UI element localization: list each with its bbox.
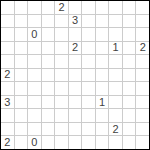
grid-cell[interactable] bbox=[69, 28, 82, 41]
clue-cell[interactable]: 2 bbox=[55, 1, 68, 14]
grid-cell[interactable] bbox=[15, 69, 28, 82]
grid-cell[interactable] bbox=[82, 96, 95, 109]
grid-cell[interactable] bbox=[136, 82, 149, 95]
grid-cell[interactable] bbox=[1, 123, 14, 136]
grid-cell[interactable] bbox=[69, 109, 82, 122]
grid-cell[interactable] bbox=[28, 55, 41, 68]
grid-cell[interactable] bbox=[42, 28, 55, 41]
grid-cell[interactable] bbox=[42, 136, 55, 149]
grid-cell[interactable] bbox=[42, 123, 55, 136]
grid-cell[interactable] bbox=[69, 123, 82, 136]
grid-cell[interactable] bbox=[55, 15, 68, 28]
grid-cell[interactable] bbox=[136, 69, 149, 82]
grid-cell[interactable] bbox=[109, 15, 122, 28]
clue-cell[interactable]: 0 bbox=[28, 28, 41, 41]
clue-cell[interactable]: 2 bbox=[136, 42, 149, 55]
grid-cell[interactable] bbox=[28, 69, 41, 82]
grid-cell[interactable] bbox=[96, 69, 109, 82]
grid-cell[interactable] bbox=[69, 96, 82, 109]
grid-cell[interactable] bbox=[82, 136, 95, 149]
grid-cell[interactable] bbox=[82, 109, 95, 122]
clue-cell[interactable]: 3 bbox=[69, 15, 82, 28]
grid-cell[interactable] bbox=[55, 96, 68, 109]
clue-cell[interactable]: 1 bbox=[96, 96, 109, 109]
grid-cell[interactable] bbox=[28, 82, 41, 95]
grid-cell[interactable] bbox=[28, 123, 41, 136]
grid-cell[interactable] bbox=[69, 82, 82, 95]
grid-cell[interactable] bbox=[55, 42, 68, 55]
grid-cell[interactable] bbox=[136, 96, 149, 109]
grid-cell[interactable] bbox=[15, 82, 28, 95]
grid-cell[interactable] bbox=[69, 1, 82, 14]
grid-cell[interactable] bbox=[96, 55, 109, 68]
grid-cell[interactable] bbox=[82, 123, 95, 136]
grid-cell[interactable] bbox=[55, 123, 68, 136]
grid-cell[interactable] bbox=[42, 96, 55, 109]
grid-cell[interactable] bbox=[123, 15, 136, 28]
grid-cell[interactable] bbox=[15, 1, 28, 14]
grid-cell[interactable] bbox=[136, 55, 149, 68]
grid-cell[interactable] bbox=[42, 42, 55, 55]
grid-cell[interactable] bbox=[42, 82, 55, 95]
grid-cell[interactable] bbox=[96, 42, 109, 55]
grid-cell[interactable] bbox=[123, 123, 136, 136]
grid-cell[interactable] bbox=[28, 96, 41, 109]
grid-cell[interactable] bbox=[15, 15, 28, 28]
grid-cell[interactable] bbox=[136, 109, 149, 122]
grid-cell[interactable] bbox=[82, 15, 95, 28]
grid-cell[interactable] bbox=[109, 28, 122, 41]
grid-cell[interactable] bbox=[123, 55, 136, 68]
grid-cell[interactable] bbox=[55, 55, 68, 68]
grid-cell[interactable] bbox=[15, 96, 28, 109]
grid-cell[interactable] bbox=[123, 96, 136, 109]
grid-cell[interactable] bbox=[136, 1, 149, 14]
clue-cell[interactable]: 2 bbox=[69, 42, 82, 55]
slitherlink-board: 230212231220 bbox=[0, 0, 150, 150]
grid-cell[interactable] bbox=[28, 42, 41, 55]
grid-cell[interactable] bbox=[109, 55, 122, 68]
grid-cell[interactable] bbox=[109, 96, 122, 109]
grid-cell[interactable] bbox=[28, 15, 41, 28]
grid-cell[interactable] bbox=[96, 15, 109, 28]
grid-cell[interactable] bbox=[28, 109, 41, 122]
grid-cell[interactable] bbox=[109, 109, 122, 122]
grid-cell[interactable] bbox=[136, 136, 149, 149]
grid-cell[interactable] bbox=[96, 82, 109, 95]
clue-cell[interactable]: 2 bbox=[1, 136, 14, 149]
grid-cell[interactable] bbox=[123, 1, 136, 14]
grid-cell[interactable] bbox=[15, 42, 28, 55]
grid-cell[interactable] bbox=[109, 69, 122, 82]
grid-cell[interactable] bbox=[136, 123, 149, 136]
grid-cell[interactable] bbox=[15, 109, 28, 122]
grid-cell[interactable] bbox=[55, 82, 68, 95]
grid-cell[interactable] bbox=[42, 69, 55, 82]
grid-cell[interactable] bbox=[69, 55, 82, 68]
grid-cell[interactable] bbox=[82, 42, 95, 55]
grid-cell[interactable] bbox=[96, 123, 109, 136]
clue-cell[interactable]: 2 bbox=[1, 69, 14, 82]
grid-cell[interactable] bbox=[69, 136, 82, 149]
grid-cell[interactable] bbox=[96, 109, 109, 122]
grid-cell[interactable] bbox=[55, 69, 68, 82]
grid-cell[interactable] bbox=[1, 1, 14, 14]
clue-cell[interactable]: 2 bbox=[109, 123, 122, 136]
grid-cell[interactable] bbox=[82, 69, 95, 82]
grid-cell[interactable] bbox=[109, 136, 122, 149]
grid-cell[interactable] bbox=[136, 28, 149, 41]
grid-cell[interactable] bbox=[42, 15, 55, 28]
grid-cell[interactable] bbox=[42, 55, 55, 68]
clue-cell[interactable]: 1 bbox=[109, 42, 122, 55]
grid-cell[interactable] bbox=[28, 1, 41, 14]
grid-cell[interactable] bbox=[1, 55, 14, 68]
grid-cell[interactable] bbox=[123, 109, 136, 122]
grid-cell[interactable] bbox=[136, 15, 149, 28]
grid-cell[interactable] bbox=[15, 123, 28, 136]
grid-cell[interactable] bbox=[15, 28, 28, 41]
grid-cell[interactable] bbox=[82, 28, 95, 41]
grid-cell[interactable] bbox=[42, 109, 55, 122]
grid-cell[interactable] bbox=[1, 28, 14, 41]
grid-cell[interactable] bbox=[96, 1, 109, 14]
grid-cell[interactable] bbox=[15, 55, 28, 68]
clue-cell[interactable]: 3 bbox=[1, 96, 14, 109]
grid-cell[interactable] bbox=[42, 1, 55, 14]
grid-cell[interactable] bbox=[82, 82, 95, 95]
grid-cell[interactable] bbox=[123, 82, 136, 95]
grid-cell[interactable] bbox=[109, 1, 122, 14]
grid-cell[interactable] bbox=[1, 82, 14, 95]
grid-cell[interactable] bbox=[109, 82, 122, 95]
grid-cell[interactable] bbox=[15, 136, 28, 149]
grid-cell[interactable] bbox=[82, 1, 95, 14]
grid-cell[interactable] bbox=[123, 42, 136, 55]
grid-cell[interactable] bbox=[1, 42, 14, 55]
grid-cell[interactable] bbox=[82, 55, 95, 68]
grid-cell[interactable] bbox=[123, 136, 136, 149]
grid-cell[interactable] bbox=[96, 28, 109, 41]
grid-cell[interactable] bbox=[1, 109, 14, 122]
grid-cell[interactable] bbox=[55, 109, 68, 122]
clue-cell[interactable]: 0 bbox=[28, 136, 41, 149]
grid-cell[interactable] bbox=[55, 136, 68, 149]
grid-cell[interactable] bbox=[123, 69, 136, 82]
grid-cell[interactable] bbox=[1, 15, 14, 28]
grid-cell[interactable] bbox=[55, 28, 68, 41]
grid-cell[interactable] bbox=[69, 69, 82, 82]
grid-cell[interactable] bbox=[96, 136, 109, 149]
grid-cell[interactable] bbox=[123, 28, 136, 41]
